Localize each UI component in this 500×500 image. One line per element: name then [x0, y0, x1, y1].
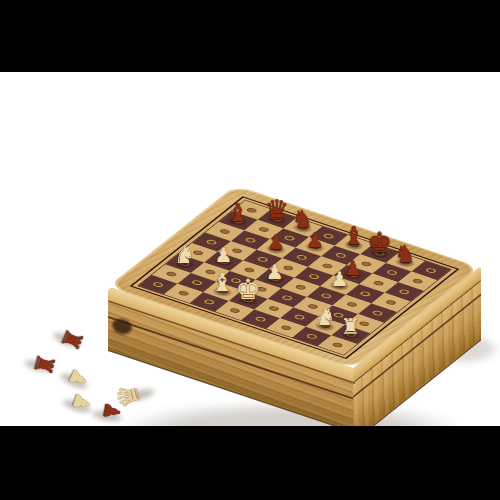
captured-dark-rook-2: ♜	[30, 350, 59, 379]
letterbox-bottom	[0, 426, 500, 500]
peg-hole	[164, 271, 178, 278]
peg-hole	[202, 298, 216, 305]
peg-hole	[294, 284, 308, 291]
peg-hole	[384, 299, 398, 306]
peg-hole	[305, 333, 319, 340]
peg-hole	[279, 324, 293, 331]
piece-glyph: ♞	[385, 241, 425, 265]
piece-glyph: ♝	[218, 199, 258, 224]
piece-glyph: ♞	[164, 243, 204, 267]
piece-glyph: ♜	[330, 316, 370, 338]
peg-hole	[218, 228, 232, 235]
peg-hole	[254, 316, 268, 323]
peg-hole	[385, 269, 399, 276]
letterbox-top	[0, 0, 500, 72]
peg-hole	[280, 294, 294, 301]
piece-glyph: ♟	[255, 232, 295, 252]
peg-hole	[151, 281, 165, 288]
product-photo: ♛♞♝♚♞♝♟♟♟♟♟♟♞♝♚♞♜ ♜♜♟♟♛♟♟	[0, 0, 500, 500]
peg-hole	[424, 267, 438, 274]
peg-hole	[295, 254, 309, 261]
captured-dark-pawn-6: ♟	[99, 397, 124, 424]
peg-hole	[371, 310, 385, 317]
captured-dark-rook-1: ♜	[56, 324, 87, 355]
peg-hole	[331, 342, 345, 349]
piece-glyph: ♟	[294, 230, 334, 250]
peg-hole	[228, 307, 242, 314]
peg-hole	[372, 280, 386, 287]
piece-glyph: ♚	[228, 275, 268, 303]
piece-glyph: ♟	[203, 245, 243, 265]
peg-hole	[397, 288, 411, 295]
peg-hole	[267, 305, 281, 312]
peg-hole	[345, 301, 359, 308]
peg-hole	[358, 290, 372, 297]
piece-glyph: ♟	[319, 269, 359, 289]
peg-hole	[177, 290, 191, 297]
peg-hole	[319, 292, 333, 299]
peg-hole	[411, 278, 425, 285]
photo-area: ♛♞♝♚♞♝♟♟♟♟♟♟♞♝♚♞♜ ♜♜♟♟♛♟♟	[0, 72, 500, 426]
